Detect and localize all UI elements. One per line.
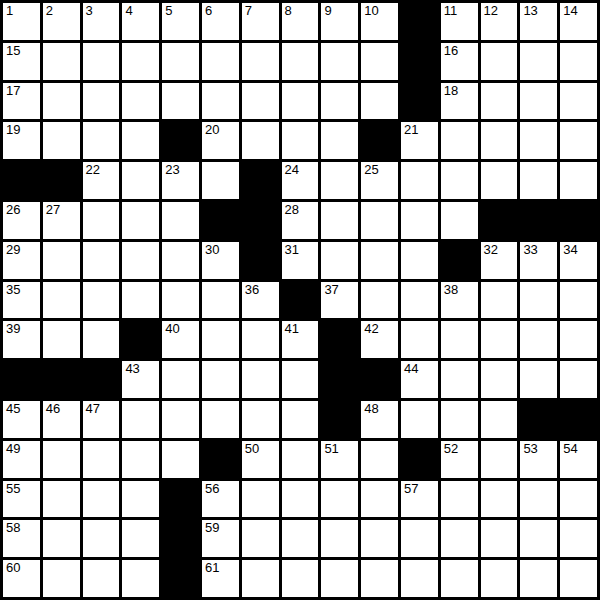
cell-r5c6[interactable]	[202, 162, 239, 199]
clue-number-19: 19	[6, 123, 20, 137]
cell-r1c1[interactable]: 1	[3, 3, 40, 40]
cell-r7c15[interactable]: 34	[560, 242, 597, 279]
cell-r15c13[interactable]	[481, 560, 518, 597]
clue-number-22: 22	[86, 163, 100, 177]
cell-r1c8[interactable]: 8	[282, 3, 319, 40]
cell-r9c7[interactable]	[242, 321, 279, 358]
cell-r6c8[interactable]: 28	[282, 202, 319, 239]
cell-r14c6[interactable]: 59	[202, 520, 239, 557]
cell-r7c9[interactable]	[321, 242, 358, 279]
cell-r9c14[interactable]	[520, 321, 557, 358]
cell-r5c9[interactable]	[321, 162, 358, 199]
cell-r5c11[interactable]	[401, 162, 438, 199]
cell-r15c2[interactable]	[43, 560, 80, 597]
clue-number-45: 45	[6, 402, 20, 416]
clue-number-36: 36	[245, 283, 259, 297]
clue-number-17: 17	[6, 84, 20, 98]
clue-number-16: 16	[444, 44, 458, 58]
cell-r14c4[interactable]	[122, 520, 159, 557]
clue-number-28: 28	[285, 203, 299, 217]
black-cell-r6c14	[520, 202, 557, 239]
cell-r5c3[interactable]: 22	[83, 162, 120, 199]
clue-number-42: 42	[364, 322, 378, 336]
black-cell-r10c3	[83, 361, 120, 398]
cell-r4c7[interactable]	[242, 122, 279, 159]
cell-r1c3[interactable]: 3	[83, 3, 120, 40]
cell-r4c9[interactable]	[321, 122, 358, 159]
cell-r3c9[interactable]	[321, 83, 358, 120]
clue-number-60: 60	[6, 561, 20, 575]
cell-r4c13[interactable]	[481, 122, 518, 159]
clue-number-5: 5	[165, 4, 172, 18]
cell-r7c10[interactable]	[361, 242, 398, 279]
cell-r15c1[interactable]: 60	[3, 560, 40, 597]
cell-r4c6[interactable]: 20	[202, 122, 239, 159]
cell-r12c8[interactable]	[282, 441, 319, 478]
clue-number-10: 10	[364, 4, 378, 18]
cell-r14c9[interactable]	[321, 520, 358, 557]
cell-r12c9[interactable]: 51	[321, 441, 358, 478]
black-cell-r11c9	[321, 401, 358, 438]
cell-r13c9[interactable]	[321, 481, 358, 518]
cell-r15c14[interactable]	[520, 560, 557, 597]
clue-number-7: 7	[245, 4, 252, 18]
black-cell-r10c2	[43, 361, 80, 398]
clue-number-57: 57	[404, 482, 418, 496]
cell-r1c12[interactable]: 11	[441, 3, 478, 40]
cell-r8c6[interactable]	[202, 282, 239, 319]
clue-number-49: 49	[6, 442, 20, 456]
cell-r2c7[interactable]	[242, 43, 279, 80]
cell-r11c13[interactable]	[481, 401, 518, 438]
cell-r10c14[interactable]	[520, 361, 557, 398]
clue-number-13: 13	[523, 4, 537, 18]
cell-r8c3[interactable]	[83, 282, 120, 319]
cell-r2c13[interactable]	[481, 43, 518, 80]
cell-r11c7[interactable]	[242, 401, 279, 438]
clue-number-33: 33	[523, 243, 537, 257]
cell-r11c12[interactable]	[441, 401, 478, 438]
black-cell-r1c11	[401, 3, 438, 40]
cell-r6c1[interactable]: 26	[3, 202, 40, 239]
black-cell-r6c13	[481, 202, 518, 239]
black-cell-r6c6	[202, 202, 239, 239]
clue-number-54: 54	[563, 442, 577, 456]
black-cell-r5c2	[43, 162, 80, 199]
cell-r8c2[interactable]	[43, 282, 80, 319]
cell-r15c11[interactable]	[401, 560, 438, 597]
cell-r1c5[interactable]: 5	[162, 3, 199, 40]
cell-r13c1[interactable]: 55	[3, 481, 40, 518]
black-cell-r15c5	[162, 560, 199, 597]
cell-r15c15[interactable]	[560, 560, 597, 597]
cell-r7c13[interactable]: 32	[481, 242, 518, 279]
clue-number-21: 21	[404, 123, 418, 137]
clue-number-14: 14	[563, 4, 577, 18]
cell-r4c4[interactable]	[122, 122, 159, 159]
cell-r13c2[interactable]	[43, 481, 80, 518]
cell-r5c14[interactable]	[520, 162, 557, 199]
cell-r15c4[interactable]	[122, 560, 159, 597]
cell-r13c8[interactable]	[282, 481, 319, 518]
cell-r6c10[interactable]	[361, 202, 398, 239]
cell-r11c4[interactable]	[122, 401, 159, 438]
clue-number-1: 1	[6, 4, 13, 18]
clue-number-34: 34	[563, 243, 577, 257]
cell-r12c13[interactable]	[481, 441, 518, 478]
cell-r12c2[interactable]	[43, 441, 80, 478]
black-cell-r9c4	[122, 321, 159, 358]
cell-r8c7[interactable]: 36	[242, 282, 279, 319]
black-cell-r6c7	[242, 202, 279, 239]
cell-r2c3[interactable]	[83, 43, 120, 80]
cell-r13c7[interactable]	[242, 481, 279, 518]
clue-number-27: 27	[46, 203, 60, 217]
clue-number-52: 52	[444, 442, 458, 456]
cell-r3c2[interactable]	[43, 83, 80, 120]
cell-r3c5[interactable]	[162, 83, 199, 120]
cell-r9c6[interactable]	[202, 321, 239, 358]
cell-r14c13[interactable]	[481, 520, 518, 557]
cell-r10c7[interactable]	[242, 361, 279, 398]
cell-r15c3[interactable]	[83, 560, 120, 597]
cell-r3c3[interactable]	[83, 83, 120, 120]
cell-r11c10[interactable]: 48	[361, 401, 398, 438]
clue-number-40: 40	[165, 322, 179, 336]
cell-r15c9[interactable]	[321, 560, 358, 597]
cell-r9c13[interactable]	[481, 321, 518, 358]
cell-r10c6[interactable]	[202, 361, 239, 398]
clue-number-3: 3	[86, 4, 93, 18]
cell-r13c12[interactable]	[441, 481, 478, 518]
cell-r3c7[interactable]	[242, 83, 279, 120]
cell-r1c4[interactable]: 4	[122, 3, 159, 40]
clue-number-39: 39	[6, 322, 20, 336]
cell-r1c13[interactable]: 12	[481, 3, 518, 40]
cell-r13c11[interactable]: 57	[401, 481, 438, 518]
cell-r3c4[interactable]	[122, 83, 159, 120]
cell-r13c13[interactable]	[481, 481, 518, 518]
black-cell-r10c10	[361, 361, 398, 398]
cell-r11c1[interactable]: 45	[3, 401, 40, 438]
cell-r9c15[interactable]	[560, 321, 597, 358]
black-cell-r2c11	[401, 43, 438, 80]
cell-r14c1[interactable]: 58	[3, 520, 40, 557]
cell-r2c4[interactable]	[122, 43, 159, 80]
cell-r12c5[interactable]	[162, 441, 199, 478]
cell-r10c15[interactable]	[560, 361, 597, 398]
clue-number-61: 61	[205, 561, 219, 575]
cell-r7c14[interactable]: 33	[520, 242, 557, 279]
cell-r14c11[interactable]	[401, 520, 438, 557]
cell-r9c10[interactable]: 42	[361, 321, 398, 358]
cell-r8c9[interactable]: 37	[321, 282, 358, 319]
cell-r5c12[interactable]	[441, 162, 478, 199]
cell-r8c4[interactable]	[122, 282, 159, 319]
cell-r10c5[interactable]	[162, 361, 199, 398]
cell-r6c12[interactable]	[441, 202, 478, 239]
cell-r7c8[interactable]: 31	[282, 242, 319, 279]
cell-r2c12[interactable]: 16	[441, 43, 478, 80]
cell-r12c10[interactable]	[361, 441, 398, 478]
clue-number-46: 46	[46, 402, 60, 416]
black-cell-r12c6	[202, 441, 239, 478]
cell-r14c12[interactable]	[441, 520, 478, 557]
black-cell-r12c11	[401, 441, 438, 478]
clue-number-35: 35	[6, 283, 20, 297]
cell-r7c4[interactable]	[122, 242, 159, 279]
cell-r6c3[interactable]	[83, 202, 120, 239]
clue-number-51: 51	[324, 442, 338, 456]
cell-r13c10[interactable]	[361, 481, 398, 518]
clue-number-29: 29	[6, 243, 20, 257]
cell-r15c10[interactable]	[361, 560, 398, 597]
cell-r8c5[interactable]	[162, 282, 199, 319]
cell-r2c6[interactable]	[202, 43, 239, 80]
cell-r11c5[interactable]	[162, 401, 199, 438]
cell-r10c4[interactable]: 43	[122, 361, 159, 398]
cell-r6c4[interactable]	[122, 202, 159, 239]
cell-r3c14[interactable]	[520, 83, 557, 120]
clue-number-53: 53	[523, 442, 537, 456]
black-cell-r4c5	[162, 122, 199, 159]
black-cell-r4c10	[361, 122, 398, 159]
cell-r11c8[interactable]	[282, 401, 319, 438]
cell-r9c1[interactable]: 39	[3, 321, 40, 358]
cell-r5c4[interactable]	[122, 162, 159, 199]
clue-number-38: 38	[444, 283, 458, 297]
cell-r6c2[interactable]: 27	[43, 202, 80, 239]
cell-r14c7[interactable]	[242, 520, 279, 557]
cell-r8c15[interactable]	[560, 282, 597, 319]
black-cell-r5c1	[3, 162, 40, 199]
cell-r12c4[interactable]	[122, 441, 159, 478]
cell-r13c14[interactable]	[520, 481, 557, 518]
cell-r15c12[interactable]	[441, 560, 478, 597]
cell-r3c8[interactable]	[282, 83, 319, 120]
cell-r1c6[interactable]: 6	[202, 3, 239, 40]
clue-number-56: 56	[205, 482, 219, 496]
cell-r1c15[interactable]: 14	[560, 3, 597, 40]
clue-number-25: 25	[364, 163, 378, 177]
cell-r1c2[interactable]: 2	[43, 3, 80, 40]
cell-r15c7[interactable]	[242, 560, 279, 597]
cell-r4c8[interactable]	[282, 122, 319, 159]
cell-r13c15[interactable]	[560, 481, 597, 518]
cell-r11c11[interactable]	[401, 401, 438, 438]
clue-number-59: 59	[205, 521, 219, 535]
clue-number-48: 48	[364, 402, 378, 416]
black-cell-r6c15	[560, 202, 597, 239]
cell-r14c3[interactable]	[83, 520, 120, 557]
cell-r4c2[interactable]	[43, 122, 80, 159]
cell-r10c13[interactable]	[481, 361, 518, 398]
cell-r10c12[interactable]	[441, 361, 478, 398]
cell-r2c14[interactable]	[520, 43, 557, 80]
cell-r12c3[interactable]	[83, 441, 120, 478]
cell-r5c5[interactable]: 23	[162, 162, 199, 199]
cell-r10c11[interactable]: 44	[401, 361, 438, 398]
cell-r14c8[interactable]	[282, 520, 319, 557]
cell-r15c8[interactable]	[282, 560, 319, 597]
cell-r14c10[interactable]	[361, 520, 398, 557]
cell-r3c6[interactable]	[202, 83, 239, 120]
cell-r9c11[interactable]	[401, 321, 438, 358]
clue-number-26: 26	[6, 203, 20, 217]
cell-r13c3[interactable]	[83, 481, 120, 518]
cell-r9c5[interactable]: 40	[162, 321, 199, 358]
cell-r2c10[interactable]	[361, 43, 398, 80]
clue-number-6: 6	[205, 4, 212, 18]
cell-r1c7[interactable]: 7	[242, 3, 279, 40]
cell-r11c3[interactable]: 47	[83, 401, 120, 438]
clue-number-32: 32	[484, 243, 498, 257]
cell-r5c10[interactable]: 25	[361, 162, 398, 199]
cell-r8c13[interactable]	[481, 282, 518, 319]
cell-r2c1[interactable]: 15	[3, 43, 40, 80]
cell-r6c5[interactable]	[162, 202, 199, 239]
black-cell-r11c14	[520, 401, 557, 438]
cell-r6c9[interactable]	[321, 202, 358, 239]
clue-number-41: 41	[285, 322, 299, 336]
cell-r7c1[interactable]: 29	[3, 242, 40, 279]
cell-r14c14[interactable]	[520, 520, 557, 557]
clue-number-37: 37	[324, 283, 338, 297]
cell-r13c4[interactable]	[122, 481, 159, 518]
cell-r12c7[interactable]: 50	[242, 441, 279, 478]
clue-number-43: 43	[125, 362, 139, 376]
cell-r4c11[interactable]: 21	[401, 122, 438, 159]
cell-r13c6[interactable]: 56	[202, 481, 239, 518]
cell-r7c5[interactable]	[162, 242, 199, 279]
cell-r7c3[interactable]	[83, 242, 120, 279]
clue-number-24: 24	[285, 163, 299, 177]
cell-r2c15[interactable]	[560, 43, 597, 80]
cell-r4c3[interactable]	[83, 122, 120, 159]
clue-number-2: 2	[46, 4, 53, 18]
cell-r7c2[interactable]	[43, 242, 80, 279]
clue-number-31: 31	[285, 243, 299, 257]
cell-r8c11[interactable]	[401, 282, 438, 319]
cell-r11c6[interactable]	[202, 401, 239, 438]
clue-number-55: 55	[6, 482, 20, 496]
cell-r8c10[interactable]	[361, 282, 398, 319]
cell-r9c12[interactable]	[441, 321, 478, 358]
cell-r12c15[interactable]: 54	[560, 441, 597, 478]
clue-number-58: 58	[6, 521, 20, 535]
cell-r1c10[interactable]: 10	[361, 3, 398, 40]
cell-r4c12[interactable]	[441, 122, 478, 159]
cell-r4c15[interactable]	[560, 122, 597, 159]
clue-number-8: 8	[285, 4, 292, 18]
clue-number-44: 44	[404, 362, 418, 376]
clue-number-4: 4	[125, 4, 132, 18]
cell-r12c1[interactable]: 49	[3, 441, 40, 478]
clue-number-9: 9	[324, 4, 331, 18]
cell-r12c12[interactable]: 52	[441, 441, 478, 478]
black-cell-r10c9	[321, 361, 358, 398]
cell-r2c2[interactable]	[43, 43, 80, 80]
clue-number-30: 30	[205, 243, 219, 257]
cell-r3c10[interactable]	[361, 83, 398, 120]
cell-r11c2[interactable]: 46	[43, 401, 80, 438]
cell-r5c8[interactable]: 24	[282, 162, 319, 199]
cell-r9c3[interactable]	[83, 321, 120, 358]
cell-r2c9[interactable]	[321, 43, 358, 80]
crossword-grid: 1234567891011121314151617181920212223242…	[0, 0, 600, 600]
cell-r1c14[interactable]: 13	[520, 3, 557, 40]
black-cell-r10c1	[3, 361, 40, 398]
cell-r2c8[interactable]	[282, 43, 319, 80]
cell-r12c14[interactable]: 53	[520, 441, 557, 478]
cell-r3c13[interactable]	[481, 83, 518, 120]
cell-r7c6[interactable]: 30	[202, 242, 239, 279]
black-cell-r3c11	[401, 83, 438, 120]
cell-r10c8[interactable]	[282, 361, 319, 398]
cell-r3c15[interactable]	[560, 83, 597, 120]
clue-number-20: 20	[205, 123, 219, 137]
cell-r8c1[interactable]: 35	[3, 282, 40, 319]
clue-number-18: 18	[444, 84, 458, 98]
clue-number-11: 11	[444, 4, 458, 18]
clue-number-47: 47	[86, 402, 100, 416]
cell-r2c5[interactable]	[162, 43, 199, 80]
black-cell-r7c12	[441, 242, 478, 279]
cell-r3c1[interactable]: 17	[3, 83, 40, 120]
clue-number-23: 23	[165, 163, 179, 177]
black-cell-r5c7	[242, 162, 279, 199]
black-cell-r14c5	[162, 520, 199, 557]
cell-r3c12[interactable]: 18	[441, 83, 478, 120]
cell-r6c11[interactable]	[401, 202, 438, 239]
cell-r4c14[interactable]	[520, 122, 557, 159]
clue-number-15: 15	[6, 44, 20, 58]
cell-r9c2[interactable]	[43, 321, 80, 358]
black-cell-r13c5	[162, 481, 199, 518]
cell-r8c14[interactable]	[520, 282, 557, 319]
cell-r7c11[interactable]	[401, 242, 438, 279]
cell-r4c1[interactable]: 19	[3, 122, 40, 159]
cell-r8c12[interactable]: 38	[441, 282, 478, 319]
cell-r9c8[interactable]: 41	[282, 321, 319, 358]
clue-number-50: 50	[245, 442, 259, 456]
black-cell-r9c9	[321, 321, 358, 358]
black-cell-r11c15	[560, 401, 597, 438]
cell-r5c13[interactable]	[481, 162, 518, 199]
black-cell-r7c7	[242, 242, 279, 279]
cell-r14c2[interactable]	[43, 520, 80, 557]
cell-r1c9[interactable]: 9	[321, 3, 358, 40]
cell-r15c6[interactable]: 61	[202, 560, 239, 597]
cell-r5c15[interactable]	[560, 162, 597, 199]
clue-number-12: 12	[484, 4, 498, 18]
cell-r14c15[interactable]	[560, 520, 597, 557]
black-cell-r8c8	[282, 282, 319, 319]
